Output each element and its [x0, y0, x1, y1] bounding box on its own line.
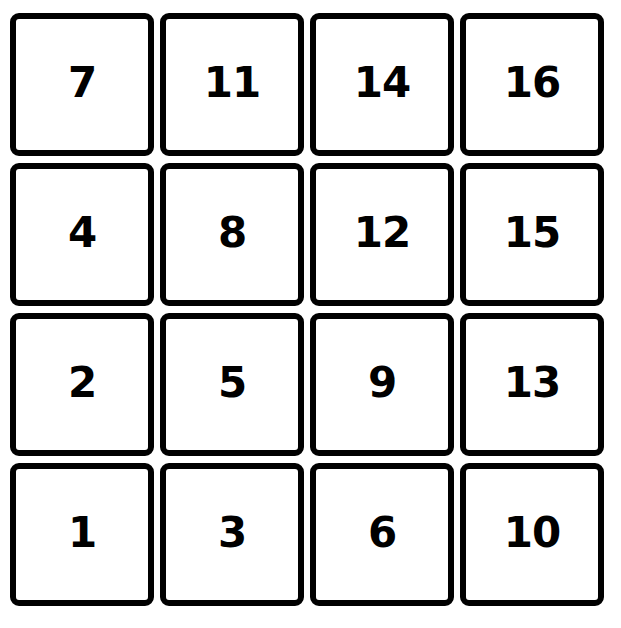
tile-r1c1[interactable]: 7: [10, 13, 154, 156]
tile-number: 11: [204, 62, 260, 104]
tile-number: 1: [68, 512, 96, 554]
tile-r1c2[interactable]: 11: [160, 13, 304, 156]
tile-number: 7: [68, 62, 96, 104]
tile-r3c4[interactable]: 13: [460, 313, 604, 456]
tile-number: 6: [368, 512, 396, 554]
tile-number: 15: [504, 212, 560, 254]
tile-r2c2[interactable]: 8: [160, 163, 304, 306]
tile-number: 9: [368, 362, 396, 404]
tile-r2c4[interactable]: 15: [460, 163, 604, 306]
tile-r4c3[interactable]: 6: [310, 463, 454, 606]
tile-number: 3: [218, 512, 246, 554]
tile-r4c1[interactable]: 1: [10, 463, 154, 606]
tile-r4c4[interactable]: 10: [460, 463, 604, 606]
tile-r3c3[interactable]: 9: [310, 313, 454, 456]
tile-number: 13: [504, 362, 560, 404]
tile-r2c3[interactable]: 12: [310, 163, 454, 306]
puzzle-board: 7 11 14 16 4 8 12 15 2 5 9 13 1 3 6 10: [10, 13, 604, 606]
tile-number: 8: [218, 212, 246, 254]
tile-number: 5: [218, 362, 246, 404]
tile-number: 14: [354, 62, 410, 104]
tile-r1c3[interactable]: 14: [310, 13, 454, 156]
tile-r3c1[interactable]: 2: [10, 313, 154, 456]
tile-number: 4: [68, 212, 96, 254]
tile-number: 16: [504, 62, 560, 104]
tile-r1c4[interactable]: 16: [460, 13, 604, 156]
tile-number: 12: [354, 212, 410, 254]
tile-r4c2[interactable]: 3: [160, 463, 304, 606]
tile-number: 10: [504, 512, 560, 554]
tile-r3c2[interactable]: 5: [160, 313, 304, 456]
tile-r2c1[interactable]: 4: [10, 163, 154, 306]
tile-number: 2: [68, 362, 96, 404]
